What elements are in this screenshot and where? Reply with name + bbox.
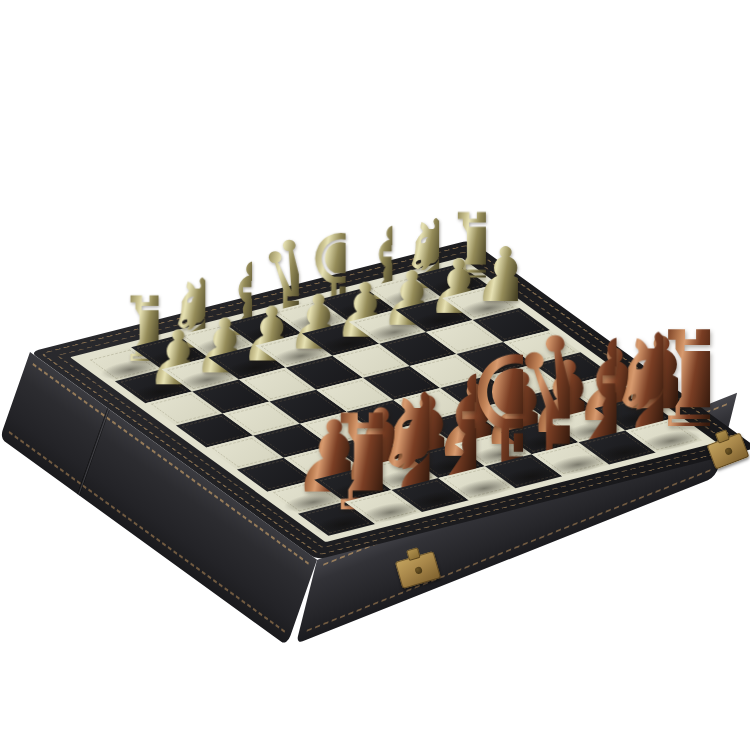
chess-set-photo: ♜♞♝♛♚♝♞♜♟♟♟♟♟♟♟♟♟♟♟♟♟♟♟♟♜♞♝♚♛♝♞♜ [0, 0, 750, 750]
case-fold-seam [77, 408, 109, 496]
piece-copper-rook-h1: ♜ [646, 313, 710, 446]
